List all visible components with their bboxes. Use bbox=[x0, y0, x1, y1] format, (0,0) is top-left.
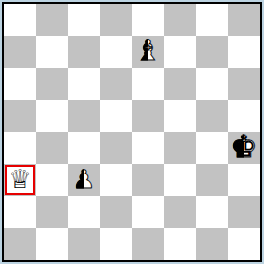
neutral-bishop: ♝ bbox=[135, 37, 160, 65]
square-b7[interactable] bbox=[36, 36, 68, 68]
square-c4[interactable] bbox=[68, 132, 100, 164]
square-f7[interactable] bbox=[164, 36, 196, 68]
square-d6[interactable] bbox=[100, 68, 132, 100]
square-c6[interactable] bbox=[68, 68, 100, 100]
square-d3[interactable] bbox=[100, 164, 132, 196]
square-f4[interactable] bbox=[164, 132, 196, 164]
neutral-pawn: ♟ bbox=[73, 167, 95, 192]
square-a7[interactable] bbox=[4, 36, 36, 68]
square-g2[interactable] bbox=[196, 196, 228, 228]
square-e6[interactable] bbox=[132, 68, 164, 100]
square-b8[interactable] bbox=[36, 4, 68, 36]
square-f2[interactable] bbox=[164, 196, 196, 228]
square-c2[interactable] bbox=[68, 196, 100, 228]
square-g6[interactable] bbox=[196, 68, 228, 100]
square-d5[interactable] bbox=[100, 100, 132, 132]
square-d2[interactable] bbox=[100, 196, 132, 228]
square-g3[interactable] bbox=[196, 164, 228, 196]
square-d1[interactable] bbox=[100, 228, 132, 260]
neutral-king: ♚ bbox=[231, 132, 258, 162]
square-a8[interactable] bbox=[4, 4, 36, 36]
square-b1[interactable] bbox=[36, 228, 68, 260]
square-d4[interactable] bbox=[100, 132, 132, 164]
square-f1[interactable] bbox=[164, 228, 196, 260]
square-b6[interactable] bbox=[36, 68, 68, 100]
square-c5[interactable] bbox=[68, 100, 100, 132]
square-g1[interactable] bbox=[196, 228, 228, 260]
square-e2[interactable] bbox=[132, 196, 164, 228]
square-e3[interactable] bbox=[132, 164, 164, 196]
square-d8[interactable] bbox=[100, 4, 132, 36]
white-queen: ♕ bbox=[8, 166, 31, 192]
square-a2[interactable] bbox=[4, 196, 36, 228]
square-b4[interactable] bbox=[36, 132, 68, 164]
square-a4[interactable] bbox=[4, 132, 36, 164]
square-h5[interactable] bbox=[228, 100, 260, 132]
square-f6[interactable] bbox=[164, 68, 196, 100]
square-c3[interactable]: ♟ bbox=[68, 164, 100, 196]
square-c7[interactable] bbox=[68, 36, 100, 68]
square-a1[interactable] bbox=[4, 228, 36, 260]
board-frame: ♝♚♕♟ bbox=[2, 2, 262, 262]
diagram-margin: ♝♚♕♟ bbox=[0, 0, 264, 264]
square-a3[interactable]: ♕ bbox=[4, 164, 36, 196]
square-e7[interactable]: ♝ bbox=[132, 36, 164, 68]
square-a6[interactable] bbox=[4, 68, 36, 100]
square-c8[interactable] bbox=[68, 4, 100, 36]
square-g4[interactable] bbox=[196, 132, 228, 164]
square-h8[interactable] bbox=[228, 4, 260, 36]
square-h7[interactable] bbox=[228, 36, 260, 68]
square-e8[interactable] bbox=[132, 4, 164, 36]
square-f5[interactable] bbox=[164, 100, 196, 132]
square-h6[interactable] bbox=[228, 68, 260, 100]
square-b5[interactable] bbox=[36, 100, 68, 132]
selection-highlight: ♕ bbox=[5, 165, 35, 195]
square-g5[interactable] bbox=[196, 100, 228, 132]
square-f3[interactable] bbox=[164, 164, 196, 196]
chess-board: ♝♚♕♟ bbox=[4, 4, 260, 260]
square-f8[interactable] bbox=[164, 4, 196, 36]
square-a5[interactable] bbox=[4, 100, 36, 132]
square-h2[interactable] bbox=[228, 196, 260, 228]
square-b3[interactable] bbox=[36, 164, 68, 196]
square-h1[interactable] bbox=[228, 228, 260, 260]
square-g7[interactable] bbox=[196, 36, 228, 68]
square-c1[interactable] bbox=[68, 228, 100, 260]
square-d7[interactable] bbox=[100, 36, 132, 68]
square-e1[interactable] bbox=[132, 228, 164, 260]
square-g8[interactable] bbox=[196, 4, 228, 36]
square-e4[interactable] bbox=[132, 132, 164, 164]
square-b2[interactable] bbox=[36, 196, 68, 228]
square-h3[interactable] bbox=[228, 164, 260, 196]
square-e5[interactable] bbox=[132, 100, 164, 132]
square-h4[interactable]: ♚ bbox=[228, 132, 260, 164]
